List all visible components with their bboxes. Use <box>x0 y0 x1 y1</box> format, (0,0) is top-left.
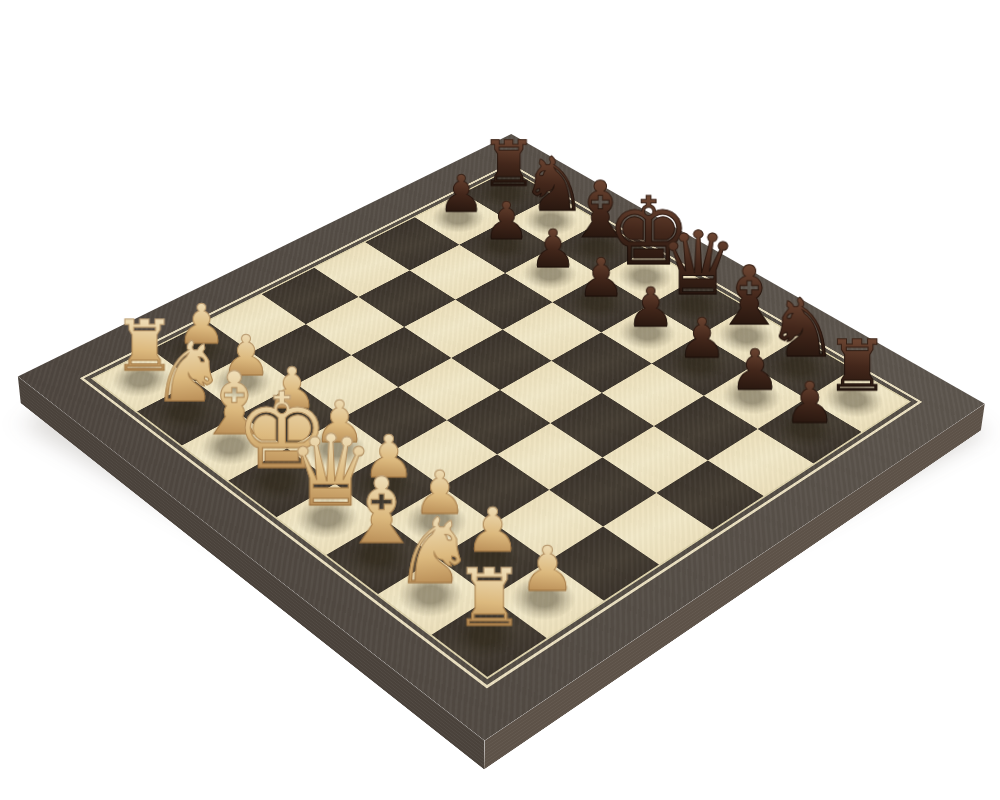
white-rook-glyph: ♜ <box>404 560 574 635</box>
chess-board-3d: ♜♞♝♚♛♝♞♜♟♟♟♟♟♟♟♟♟♟♟♟♟♟♟♟♜♞♝♚♛♝♞♜ <box>18 134 985 741</box>
black-pawn-glyph: ♟ <box>733 375 886 429</box>
product-photo-scene: ♜♞♝♚♛♝♞♜♟♟♟♟♟♟♟♟♟♟♟♟♟♟♟♟♜♞♝♚♛♝♞♜ <box>0 0 1000 800</box>
